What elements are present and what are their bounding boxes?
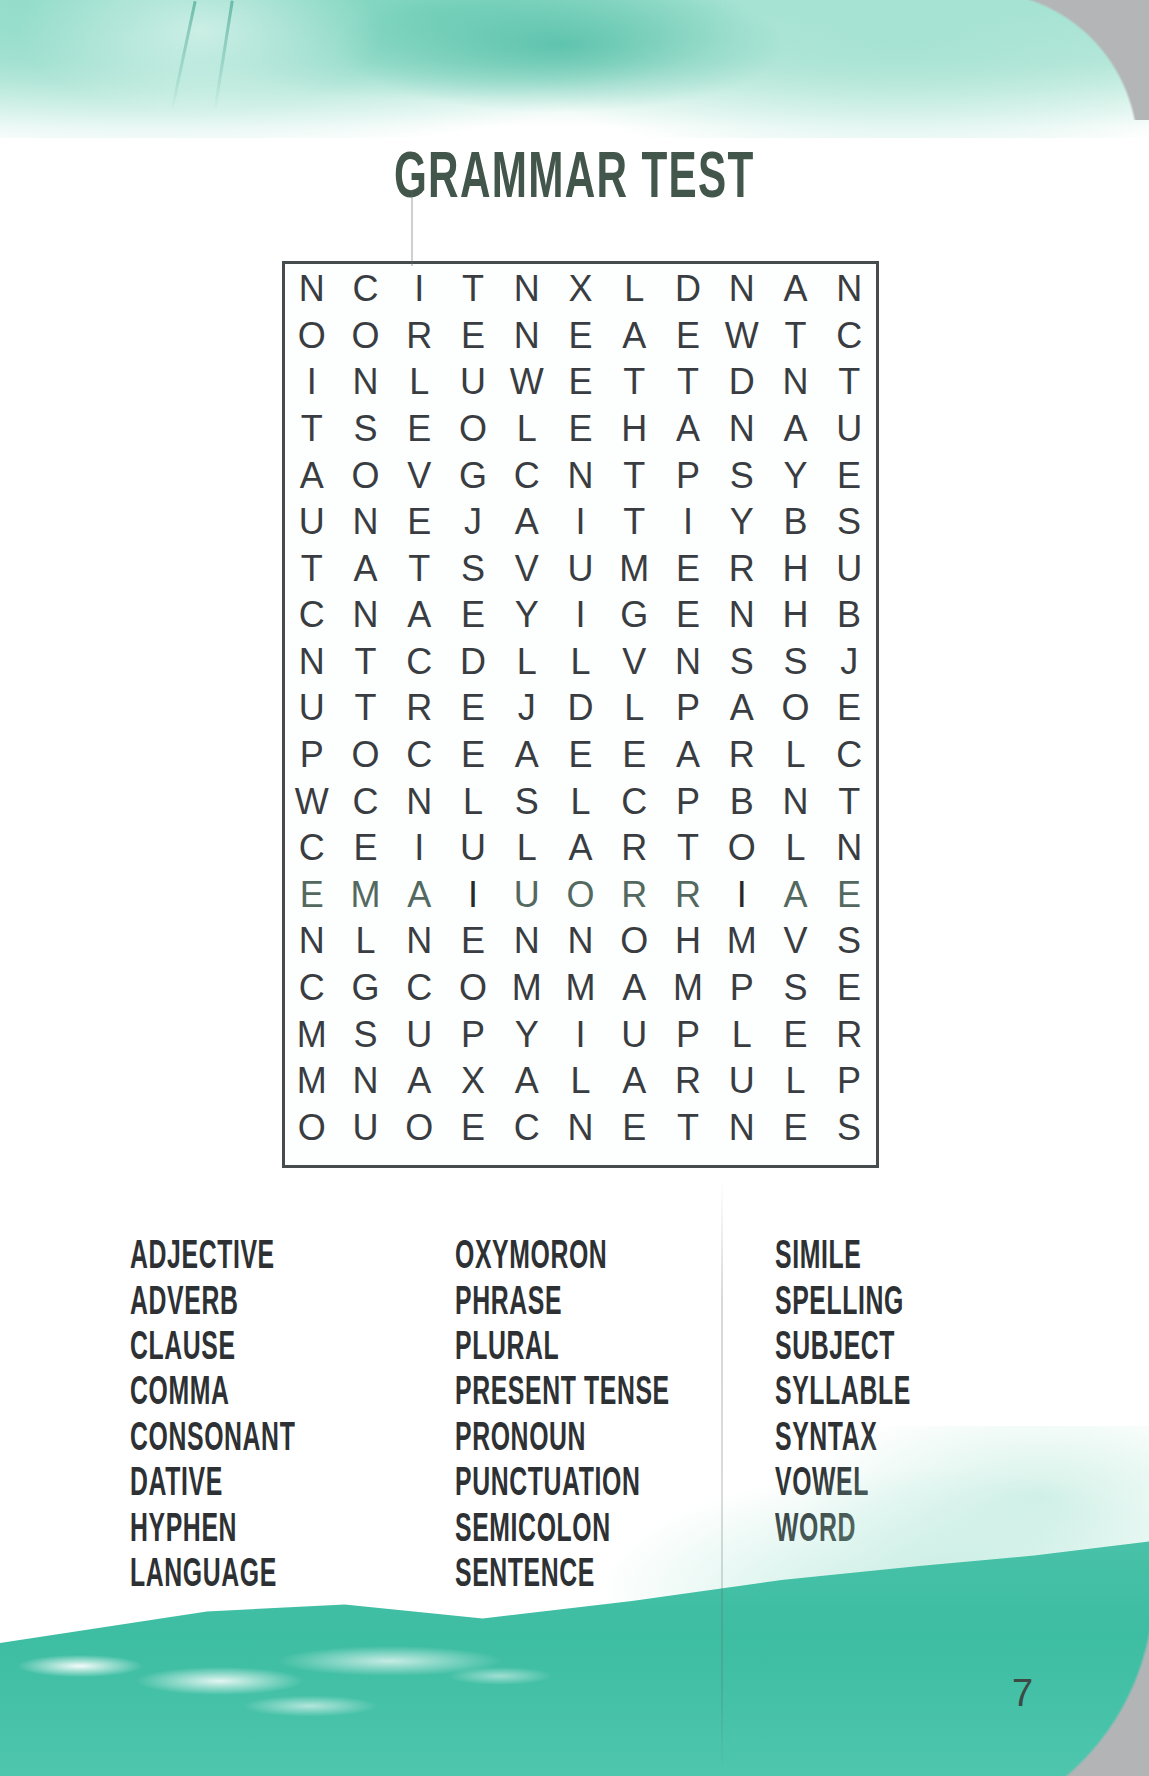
word-list-item: PRESENT TENSE — [455, 1368, 801, 1413]
grid-cell-r6c2: N — [339, 499, 393, 546]
page-title: GRAMMAR TEST — [0, 138, 1149, 212]
grid-cell-r3c1: I — [285, 359, 339, 406]
grid-cell-r3c3: L — [392, 359, 446, 406]
grid-cell-r9c4: D — [446, 639, 500, 686]
grid-cell-r9c2: T — [339, 639, 393, 686]
grid-cell-r1c4: T — [446, 266, 500, 313]
grid-cell-r11c6: E — [554, 732, 608, 779]
grid-cell-r4c9: N — [715, 406, 769, 453]
grid-cell-r12c11: T — [822, 778, 876, 825]
grid-cell-r3c10: N — [769, 359, 823, 406]
bottom-watercolor-band — [0, 1426, 1149, 1776]
grid-cell-r19c3: O — [392, 1104, 446, 1151]
grid-cell-r1c11: N — [822, 266, 876, 313]
word-search-grid: NCITNXLDNANOORENEAEWTCINLUWETTDNTTSEOLEH… — [282, 261, 879, 1168]
scanned-puzzle-page: GRAMMAR TEST NCITNXLDNANOORENEAEWTCINLUW… — [0, 0, 1149, 1776]
grid-cell-r13c9: O — [715, 825, 769, 872]
grid-cell-r17c9: L — [715, 1011, 769, 1058]
grid-cell-r2c9: W — [715, 313, 769, 360]
word-list-item: ADJECTIVE — [130, 1232, 397, 1277]
word-list-item: PHRASE — [455, 1277, 801, 1322]
grid-cell-r13c8: T — [661, 825, 715, 872]
word-list-item: CLAUSE — [130, 1323, 397, 1368]
grid-cell-r7c5: V — [500, 545, 554, 592]
word-list-item-text: CLAUSE — [130, 1323, 236, 1368]
scan-artifact-line — [721, 1180, 723, 1776]
grid-cell-r19c8: T — [661, 1104, 715, 1151]
grid-cell-r19c10: E — [769, 1104, 823, 1151]
grid-cell-r11c7: E — [607, 732, 661, 779]
grid-cell-r11c11: C — [822, 732, 876, 779]
grid-cell-r16c6: M — [554, 965, 608, 1012]
grid-cell-r8c4: E — [446, 592, 500, 639]
grid-cell-r9c10: S — [769, 639, 823, 686]
grid-cell-r6c6: I — [554, 499, 608, 546]
grid-cell-r6c7: T — [607, 499, 661, 546]
word-list-item-text: SUBJECT — [775, 1323, 895, 1368]
word-list-item: SYLLABLE — [775, 1368, 994, 1413]
grid-cell-r12c6: L — [554, 778, 608, 825]
page-corner-top-right — [999, 0, 1149, 120]
grid-cell-r4c8: A — [661, 406, 715, 453]
grid-cell-r19c2: U — [339, 1104, 393, 1151]
grid-cell-r10c6: D — [554, 685, 608, 732]
grid-cell-r12c7: C — [607, 778, 661, 825]
word-list-item: ADVERB — [130, 1277, 397, 1322]
grid-cell-r4c7: H — [607, 406, 661, 453]
grid-cell-r19c6: N — [554, 1104, 608, 1151]
grid-cell-r13c4: U — [446, 825, 500, 872]
grid-cell-r7c9: R — [715, 545, 769, 592]
grid-cell-r12c3: N — [392, 778, 446, 825]
grid-cell-r8c10: H — [769, 592, 823, 639]
grid-cell-r5c2: O — [339, 452, 393, 499]
grid-cell-r10c4: E — [446, 685, 500, 732]
grid-cell-r4c6: E — [554, 406, 608, 453]
grid-cell-r17c5: Y — [500, 1011, 554, 1058]
grid-cell-r8c7: G — [607, 592, 661, 639]
grid-cell-r5c4: G — [446, 452, 500, 499]
grid-cell-r17c3: U — [392, 1011, 446, 1058]
word-list-item-text: OXYMORON — [455, 1232, 607, 1277]
grid-cell-r7c11: U — [822, 545, 876, 592]
grid-cell-r11c2: O — [339, 732, 393, 779]
grid-cell-r14c10: A — [769, 872, 823, 919]
grid-cell-r19c7: E — [607, 1104, 661, 1151]
grid-cell-r7c10: H — [769, 545, 823, 592]
grid-cell-r8c9: N — [715, 592, 769, 639]
grid-cell-r6c5: A — [500, 499, 554, 546]
grid-cell-r14c7: R — [607, 872, 661, 919]
grid-cell-r13c6: A — [554, 825, 608, 872]
grid-cell-r18c4: X — [446, 1058, 500, 1105]
grid-cell-r9c8: N — [661, 639, 715, 686]
grid-cell-r10c10: O — [769, 685, 823, 732]
grid-cell-r16c3: C — [392, 965, 446, 1012]
grid-cell-r13c1: C — [285, 825, 339, 872]
grid-cell-r15c2: L — [339, 918, 393, 965]
grid-cell-r17c4: P — [446, 1011, 500, 1058]
grid-cell-r10c7: L — [607, 685, 661, 732]
grid-cell-r5c9: S — [715, 452, 769, 499]
grid-cell-r14c3: A — [392, 872, 446, 919]
grid-cell-r16c5: M — [500, 965, 554, 1012]
grid-cell-r3c2: N — [339, 359, 393, 406]
grid-cell-r16c8: M — [661, 965, 715, 1012]
grid-cell-r1c6: X — [554, 266, 608, 313]
grid-cell-r15c1: N — [285, 918, 339, 965]
grid-cell-r5c3: V — [392, 452, 446, 499]
grid-cell-r17c6: I — [554, 1011, 608, 1058]
grid-cell-r7c4: S — [446, 545, 500, 592]
grid-cell-r16c7: A — [607, 965, 661, 1012]
grid-cell-r13c7: R — [607, 825, 661, 872]
scan-artifact-line — [411, 190, 413, 266]
grid-cell-r17c7: U — [607, 1011, 661, 1058]
grid-cell-r7c3: T — [392, 545, 446, 592]
grid-cell-r10c1: U — [285, 685, 339, 732]
grid-cell-r9c6: L — [554, 639, 608, 686]
grid-cell-r6c10: B — [769, 499, 823, 546]
grid-cell-r4c5: L — [500, 406, 554, 453]
grid-cell-r7c6: U — [554, 545, 608, 592]
grid-cell-r11c8: A — [661, 732, 715, 779]
grid-cell-r12c9: B — [715, 778, 769, 825]
grid-cell-r4c2: S — [339, 406, 393, 453]
grid-cell-r14c6: O — [554, 872, 608, 919]
watercolor-streak — [213, 0, 233, 111]
grid-cell-r1c8: D — [661, 266, 715, 313]
grid-cell-r18c1: M — [285, 1058, 339, 1105]
grid-cell-r5c6: N — [554, 452, 608, 499]
grid-cell-r3c6: E — [554, 359, 608, 406]
grid-cell-r15c5: N — [500, 918, 554, 965]
grid-cell-r1c9: N — [715, 266, 769, 313]
grid-cell-r6c3: E — [392, 499, 446, 546]
grid-cell-r15c4: E — [446, 918, 500, 965]
grid-cell-r5c8: P — [661, 452, 715, 499]
grid-cell-r11c9: R — [715, 732, 769, 779]
word-list-item-text: PRESENT TENSE — [455, 1368, 670, 1413]
grid-cell-r4c10: A — [769, 406, 823, 453]
grid-cell-r7c8: E — [661, 545, 715, 592]
grid-cell-r16c2: G — [339, 965, 393, 1012]
grid-cell-r2c7: A — [607, 313, 661, 360]
grid-cell-r8c11: B — [822, 592, 876, 639]
grid-cell-r16c1: C — [285, 965, 339, 1012]
grid-cell-r14c5: U — [500, 872, 554, 919]
grid-cell-r7c7: M — [607, 545, 661, 592]
grid-cell-r16c9: P — [715, 965, 769, 1012]
grid-cell-r19c5: C — [500, 1104, 554, 1151]
grid-cell-r9c1: N — [285, 639, 339, 686]
word-list-item: SUBJECT — [775, 1323, 994, 1368]
grid-cell-r17c8: P — [661, 1011, 715, 1058]
grid-cell-r14c2: M — [339, 872, 393, 919]
grid-cell-r5c5: C — [500, 452, 554, 499]
grid-cell-r11c4: E — [446, 732, 500, 779]
word-list-item-text: ADJECTIVE — [130, 1232, 275, 1277]
grid-cell-r9c7: V — [607, 639, 661, 686]
grid-cell-r3c7: T — [607, 359, 661, 406]
grid-cell-r10c2: T — [339, 685, 393, 732]
grid-cell-r7c1: T — [285, 545, 339, 592]
grid-cell-r16c4: O — [446, 965, 500, 1012]
grid-cell-r19c1: O — [285, 1104, 339, 1151]
grid-cell-r12c8: P — [661, 778, 715, 825]
grid-cell-r9c11: J — [822, 639, 876, 686]
grid-cell-r8c3: A — [392, 592, 446, 639]
grid-cell-r18c10: L — [769, 1058, 823, 1105]
word-list-item-text: COMMA — [130, 1368, 230, 1413]
grid-cell-r6c1: U — [285, 499, 339, 546]
grid-cell-r2c2: O — [339, 313, 393, 360]
grid-cell-r10c5: J — [500, 685, 554, 732]
grid-cell-r18c9: U — [715, 1058, 769, 1105]
grid-cell-r1c2: C — [339, 266, 393, 313]
word-list-item: SPELLING — [775, 1277, 994, 1322]
grid-cell-r3c8: T — [661, 359, 715, 406]
grid-cell-r11c1: P — [285, 732, 339, 779]
grid-cell-r9c5: L — [500, 639, 554, 686]
grid-cell-r19c11: S — [822, 1104, 876, 1151]
grid-cell-r19c4: E — [446, 1104, 500, 1151]
grid-cell-r16c11: E — [822, 965, 876, 1012]
grid-cell-r15c9: M — [715, 918, 769, 965]
grid-cell-r18c8: R — [661, 1058, 715, 1105]
word-list-item-text: SPELLING — [775, 1278, 904, 1323]
grid-cell-r14c8: R — [661, 872, 715, 919]
grid-cell-r8c8: E — [661, 592, 715, 639]
word-list-item: COMMA — [130, 1368, 397, 1413]
word-list-item: OXYMORON — [455, 1232, 801, 1277]
grid-cell-r2c3: R — [392, 313, 446, 360]
grid-cell-r6c11: S — [822, 499, 876, 546]
grid-cell-r9c9: S — [715, 639, 769, 686]
grid-cell-r15c10: V — [769, 918, 823, 965]
grid-cell-r13c5: L — [500, 825, 554, 872]
grid-cell-r13c11: N — [822, 825, 876, 872]
grid-cell-r5c11: E — [822, 452, 876, 499]
grid-cell-r8c6: I — [554, 592, 608, 639]
grid-cell-r1c3: I — [392, 266, 446, 313]
grid-cell-r12c1: W — [285, 778, 339, 825]
grid-cell-r18c2: N — [339, 1058, 393, 1105]
word-list-item-text: PHRASE — [455, 1278, 562, 1323]
grid-cell-r3c11: T — [822, 359, 876, 406]
grid-cell-r19c9: N — [715, 1104, 769, 1151]
grid-cell-r3c5: W — [500, 359, 554, 406]
grid-cell-r5c1: A — [285, 452, 339, 499]
grid-cell-r1c10: A — [769, 266, 823, 313]
grid-cell-r10c3: R — [392, 685, 446, 732]
grid-cell-r2c5: N — [500, 313, 554, 360]
grid-cell-r6c4: J — [446, 499, 500, 546]
grid-cell-r3c9: D — [715, 359, 769, 406]
grid-cell-r17c2: S — [339, 1011, 393, 1058]
grid-cell-r18c6: L — [554, 1058, 608, 1105]
grid-cell-r12c5: S — [500, 778, 554, 825]
page-number: 7 — [1012, 1672, 1072, 1715]
grid-cell-r10c8: P — [661, 685, 715, 732]
grid-cell-r4c4: O — [446, 406, 500, 453]
grid-cell-r2c6: E — [554, 313, 608, 360]
grid-cell-r17c10: E — [769, 1011, 823, 1058]
grid-cell-r18c7: A — [607, 1058, 661, 1105]
grid-cell-r15c11: S — [822, 918, 876, 965]
word-list-item: SIMILE — [775, 1232, 994, 1277]
grid-cell-r5c7: T — [607, 452, 661, 499]
grid-cell-r18c3: A — [392, 1058, 446, 1105]
grid-cell-r11c5: A — [500, 732, 554, 779]
word-list-item-text: ADVERB — [130, 1278, 238, 1323]
grid-cell-r17c1: M — [285, 1011, 339, 1058]
grid-cell-r15c3: N — [392, 918, 446, 965]
grid-cell-r15c7: O — [607, 918, 661, 965]
word-list-item-text: PLURAL — [455, 1323, 559, 1368]
grid-cell-r2c10: T — [769, 313, 823, 360]
grid-cell-r7c2: A — [339, 545, 393, 592]
grid-cell-r4c3: E — [392, 406, 446, 453]
grid-cell-r15c6: N — [554, 918, 608, 965]
grid-cell-r14c4: I — [446, 872, 500, 919]
page-title-text: GRAMMAR TEST — [394, 138, 755, 212]
grid-cell-r9c3: C — [392, 639, 446, 686]
grid-cell-r12c10: N — [769, 778, 823, 825]
grid-cell-r14c11: E — [822, 872, 876, 919]
grid-cell-r17c11: R — [822, 1011, 876, 1058]
grid-cell-r14c9: I — [715, 872, 769, 919]
word-list-item-text: SIMILE — [775, 1232, 861, 1277]
grid-cell-r18c5: A — [500, 1058, 554, 1105]
word-list-item-text: SYLLABLE — [775, 1368, 911, 1413]
grid-cell-r8c5: Y — [500, 592, 554, 639]
grid-cell-r8c1: C — [285, 592, 339, 639]
grid-cell-r4c1: T — [285, 406, 339, 453]
grid-cell-r13c10: L — [769, 825, 823, 872]
grid-cell-r13c2: E — [339, 825, 393, 872]
grid-cell-r10c9: A — [715, 685, 769, 732]
grid-cell-r15c8: H — [661, 918, 715, 965]
grid-cell-r11c3: C — [392, 732, 446, 779]
grid-cell-r14c1: E — [285, 872, 339, 919]
grid-cell-r1c5: N — [500, 266, 554, 313]
grid-cell-r4c11: U — [822, 406, 876, 453]
grid-cell-r12c4: L — [446, 778, 500, 825]
grid-cell-r1c1: N — [285, 266, 339, 313]
grid-cell-r18c11: P — [822, 1058, 876, 1105]
grid-cell-r11c10: L — [769, 732, 823, 779]
watercolor-streak — [170, 1, 196, 111]
grid-cell-r2c11: C — [822, 313, 876, 360]
word-list-item: PLURAL — [455, 1323, 801, 1368]
top-watercolor-band — [0, 0, 1149, 138]
grid-cell-r13c3: I — [392, 825, 446, 872]
grid-cell-r2c8: E — [661, 313, 715, 360]
grid-cell-r6c8: I — [661, 499, 715, 546]
grid-cell-r6c9: Y — [715, 499, 769, 546]
grid-cell-r5c10: Y — [769, 452, 823, 499]
grid-cell-r16c10: S — [769, 965, 823, 1012]
grid-cell-r1c7: L — [607, 266, 661, 313]
grid-cell-r2c4: E — [446, 313, 500, 360]
grid-cell-r3c4: U — [446, 359, 500, 406]
grid-cell-r8c2: N — [339, 592, 393, 639]
grid-cell-r10c11: E — [822, 685, 876, 732]
grid-cell-r12c2: C — [339, 778, 393, 825]
grid-cell-r2c1: O — [285, 313, 339, 360]
wave-foam — [0, 1621, 620, 1736]
